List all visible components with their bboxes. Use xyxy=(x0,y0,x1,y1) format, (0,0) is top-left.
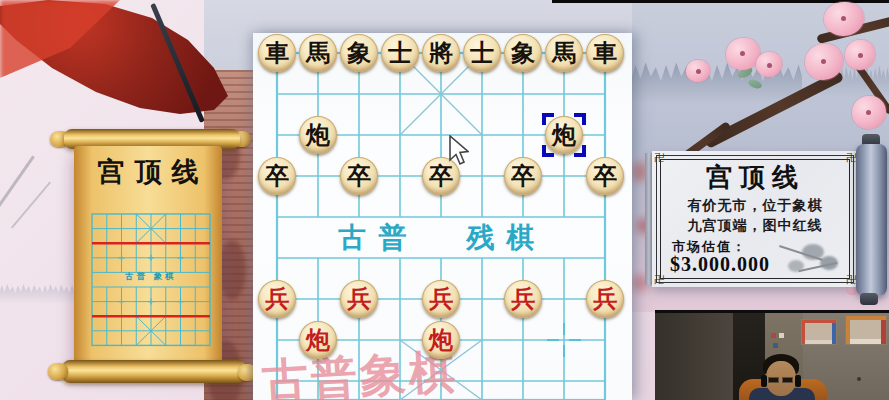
headset-earcup xyxy=(795,375,801,387)
xiangqi-piece-black-象[interactable]: 象 xyxy=(340,34,378,72)
mini-board-river-text: 古普 象棋 xyxy=(88,271,214,283)
mouse-cursor xyxy=(447,135,469,167)
xiangqi-piece-black-卒[interactable]: 卒 xyxy=(504,157,542,195)
webcam-poster xyxy=(845,315,887,345)
selected-piece-highlight xyxy=(542,113,586,157)
xiangqi-piece-black-卒[interactable]: 卒 xyxy=(258,157,296,195)
scroll-bottom-roller xyxy=(62,360,246,383)
scroll-knob xyxy=(48,363,68,380)
xiangqi-piece-red-兵[interactable]: 兵 xyxy=(258,280,296,318)
xiangqi-piece-black-將[interactable]: 將 xyxy=(422,34,460,72)
xiangqi-piece-red-兵[interactable]: 兵 xyxy=(504,280,542,318)
stream-frame: 宫顶线 古普 象棋 xyxy=(0,0,889,400)
webcam-feed xyxy=(655,310,889,400)
river-text-right: 残棋 xyxy=(467,219,547,257)
webcam-wall-left xyxy=(655,313,735,400)
shelf-item xyxy=(779,333,784,338)
xiangqi-piece-black-炮[interactable]: 炮 xyxy=(299,116,337,154)
xiangqi-piece-red-兵[interactable]: 兵 xyxy=(422,280,460,318)
glasses xyxy=(782,377,793,383)
xiangqi-piece-black-馬[interactable]: 馬 xyxy=(545,34,583,72)
xiangqi-piece-black-馬[interactable]: 馬 xyxy=(299,34,337,72)
wall-dot xyxy=(857,377,861,381)
river-text: 古普 残棋 xyxy=(253,219,632,257)
xiangqi-piece-red-兵[interactable]: 兵 xyxy=(340,280,378,318)
corner-ornament: 卍 xyxy=(654,275,664,285)
headset-earcup xyxy=(761,375,767,387)
webcam-poster xyxy=(801,319,837,345)
river-text-left: 古普 xyxy=(339,219,419,257)
left-scroll-title: 宫顶线 xyxy=(74,154,222,190)
xiangqi-piece-black-象[interactable]: 象 xyxy=(504,34,542,72)
shelf-item xyxy=(771,333,776,338)
plaque-line-2: 九宫顶端，图中红线 xyxy=(660,217,850,235)
xiangqi-piece-black-卒[interactable]: 卒 xyxy=(340,157,378,195)
xiangqi-piece-black-車[interactable]: 車 xyxy=(258,34,296,72)
shelf-item xyxy=(773,343,778,348)
plaque-roller xyxy=(856,144,887,296)
plaque-value: $3.000.000 xyxy=(670,253,770,276)
plaque-roller-cap-bottom xyxy=(860,293,878,305)
xiangqi-piece-black-士[interactable]: 士 xyxy=(463,34,501,72)
xiangqi-piece-black-卒[interactable]: 卒 xyxy=(586,157,624,195)
xiangqi-piece-black-士[interactable]: 士 xyxy=(381,34,419,72)
xiangqi-piece-red-炮[interactable]: 炮 xyxy=(299,321,337,359)
move-origin-marker xyxy=(547,323,581,357)
xiangqi-piece-red-兵[interactable]: 兵 xyxy=(586,280,624,318)
umbrella-rib xyxy=(11,181,51,228)
xiangqi-piece-red-炮[interactable]: 炮 xyxy=(422,321,460,359)
xiangqi-piece-black-車[interactable]: 車 xyxy=(586,34,624,72)
plaque-line-1: 有价无市，位于象棋 xyxy=(660,197,850,215)
plaque-title: 宫顶线 xyxy=(652,160,852,195)
glasses xyxy=(768,377,779,383)
ink-painting-decoration xyxy=(768,238,852,282)
